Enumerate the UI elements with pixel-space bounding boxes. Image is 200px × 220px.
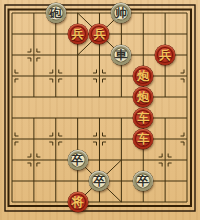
intersection-1-9[interactable] — [23, 192, 45, 213]
intersection-1-2[interactable] — [23, 45, 45, 66]
intersection-8-0[interactable] — [176, 3, 198, 24]
intersection-7-3[interactable] — [154, 66, 176, 87]
intersection-2-1[interactable] — [45, 24, 67, 45]
intersection-8-3[interactable] — [176, 66, 198, 87]
intersection-5-7[interactable] — [110, 150, 132, 171]
intersection-2-5[interactable] — [45, 108, 67, 129]
intersection-1-0[interactable] — [23, 3, 45, 24]
intersection-0-8[interactable] — [1, 171, 23, 192]
piece-white-soldier[interactable]: 卒 — [89, 171, 109, 191]
piece-red-cannon[interactable]: 炮 — [133, 66, 153, 86]
intersection-1-3[interactable] — [23, 66, 45, 87]
intersection-2-8[interactable] — [45, 171, 67, 192]
intersection-7-8[interactable] — [154, 171, 176, 192]
intersection-4-9[interactable] — [89, 192, 111, 213]
intersection-2-4[interactable] — [45, 87, 67, 108]
intersection-0-0[interactable] — [1, 3, 23, 24]
intersection-7-0[interactable] — [154, 3, 176, 24]
intersection-8-1[interactable] — [176, 24, 198, 45]
board-intersections: 砲帅兵兵車兵炮炮车车卒卒卒将 — [1, 3, 198, 213]
intersection-0-7[interactable] — [1, 150, 23, 171]
intersection-6-8[interactable]: 卒 — [132, 171, 154, 192]
intersection-8-5[interactable] — [176, 108, 198, 129]
intersection-6-4[interactable]: 炮 — [132, 87, 154, 108]
intersection-4-8[interactable]: 卒 — [89, 171, 111, 192]
intersection-1-1[interactable] — [23, 24, 45, 45]
intersection-0-1[interactable] — [1, 24, 23, 45]
intersection-3-7[interactable]: 卒 — [67, 150, 89, 171]
intersection-5-9[interactable] — [110, 192, 132, 213]
intersection-8-4[interactable] — [176, 87, 198, 108]
intersection-2-0[interactable]: 砲 — [45, 3, 67, 24]
intersection-6-1[interactable] — [132, 24, 154, 45]
piece-red-soldier[interactable]: 兵 — [68, 24, 88, 44]
intersection-8-2[interactable] — [176, 45, 198, 66]
piece-white-general[interactable]: 帅 — [111, 3, 131, 23]
intersection-7-1[interactable] — [154, 24, 176, 45]
xiangqi-board: 砲帅兵兵車兵炮炮车车卒卒卒将 — [0, 0, 200, 220]
intersection-4-7[interactable] — [89, 150, 111, 171]
piece-white-chariot[interactable]: 車 — [111, 45, 131, 65]
intersection-4-4[interactable] — [89, 87, 111, 108]
intersection-8-8[interactable] — [176, 171, 198, 192]
intersection-1-5[interactable] — [23, 108, 45, 129]
intersection-5-4[interactable] — [110, 87, 132, 108]
intersection-7-2[interactable]: 兵 — [154, 45, 176, 66]
intersection-1-4[interactable] — [23, 87, 45, 108]
intersection-2-7[interactable] — [45, 150, 67, 171]
intersection-6-6[interactable]: 车 — [132, 129, 154, 150]
intersection-4-1[interactable]: 兵 — [89, 24, 111, 45]
intersection-3-0[interactable] — [67, 3, 89, 24]
intersection-0-2[interactable] — [1, 45, 23, 66]
intersection-6-3[interactable]: 炮 — [132, 66, 154, 87]
intersection-1-6[interactable] — [23, 129, 45, 150]
intersection-0-6[interactable] — [1, 129, 23, 150]
intersection-2-6[interactable] — [45, 129, 67, 150]
intersection-3-3[interactable] — [67, 66, 89, 87]
intersection-7-4[interactable] — [154, 87, 176, 108]
piece-red-soldier[interactable]: 兵 — [89, 24, 109, 44]
intersection-6-0[interactable] — [132, 3, 154, 24]
intersection-7-6[interactable] — [154, 129, 176, 150]
piece-red-chariot[interactable]: 车 — [133, 129, 153, 149]
intersection-7-5[interactable] — [154, 108, 176, 129]
intersection-3-5[interactable] — [67, 108, 89, 129]
intersection-8-9[interactable] — [176, 192, 198, 213]
intersection-5-8[interactable] — [110, 171, 132, 192]
intersection-1-8[interactable] — [23, 171, 45, 192]
intersection-4-6[interactable] — [89, 129, 111, 150]
intersection-6-9[interactable] — [132, 192, 154, 213]
intersection-8-6[interactable] — [176, 129, 198, 150]
intersection-2-9[interactable] — [45, 192, 67, 213]
intersection-0-3[interactable] — [1, 66, 23, 87]
intersection-5-6[interactable] — [110, 129, 132, 150]
intersection-4-0[interactable] — [89, 3, 111, 24]
piece-white-soldier[interactable]: 卒 — [133, 171, 153, 191]
intersection-0-4[interactable] — [1, 87, 23, 108]
piece-red-general[interactable]: 将 — [68, 192, 88, 212]
intersection-0-9[interactable] — [1, 192, 23, 213]
intersection-1-7[interactable] — [23, 150, 45, 171]
intersection-7-9[interactable] — [154, 192, 176, 213]
intersection-4-3[interactable] — [89, 66, 111, 87]
intersection-2-2[interactable] — [45, 45, 67, 66]
intersection-6-7[interactable] — [132, 150, 154, 171]
intersection-5-0[interactable]: 帅 — [110, 3, 132, 24]
intersection-3-1[interactable]: 兵 — [67, 24, 89, 45]
intersection-3-4[interactable] — [67, 87, 89, 108]
intersection-5-3[interactable] — [110, 66, 132, 87]
intersection-5-5[interactable] — [110, 108, 132, 129]
intersection-8-7[interactable] — [176, 150, 198, 171]
intersection-3-2[interactable] — [67, 45, 89, 66]
intersection-0-5[interactable] — [1, 108, 23, 129]
intersection-6-2[interactable] — [132, 45, 154, 66]
intersection-3-6[interactable] — [67, 129, 89, 150]
intersection-6-5[interactable]: 车 — [132, 108, 154, 129]
intersection-3-9[interactable]: 将 — [67, 192, 89, 213]
piece-red-soldier[interactable]: 兵 — [155, 45, 175, 65]
intersection-2-3[interactable] — [45, 66, 67, 87]
piece-red-cannon[interactable]: 炮 — [133, 87, 153, 107]
intersection-5-2[interactable]: 車 — [110, 45, 132, 66]
intersection-3-8[interactable] — [67, 171, 89, 192]
piece-red-chariot[interactable]: 车 — [133, 108, 153, 128]
intersection-4-5[interactable] — [89, 108, 111, 129]
piece-white-cannon[interactable]: 砲 — [46, 3, 66, 23]
intersection-7-7[interactable] — [154, 150, 176, 171]
intersection-5-1[interactable] — [110, 24, 132, 45]
intersection-4-2[interactable] — [89, 45, 111, 66]
piece-white-soldier[interactable]: 卒 — [68, 150, 88, 170]
